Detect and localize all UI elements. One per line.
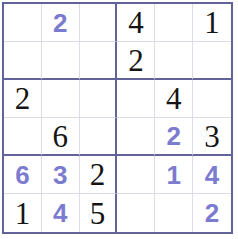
cell-r2c5[interactable]: [155, 42, 193, 80]
cell-r6c6[interactable]: 2: [193, 194, 231, 232]
cell-r1c2[interactable]: 2: [42, 4, 80, 42]
cell-r1c1[interactable]: [4, 4, 42, 42]
cell-r6c3[interactable]: 5: [80, 194, 118, 232]
cell-r5c3[interactable]: 2: [80, 156, 118, 194]
cell-r2c2[interactable]: [42, 42, 80, 80]
cell-r4c2[interactable]: 6: [42, 118, 80, 156]
cell-r6c5[interactable]: [155, 194, 193, 232]
cell-r1c3[interactable]: [80, 4, 118, 42]
cell-r3c5[interactable]: 4: [155, 80, 193, 118]
cell-r1c4[interactable]: 4: [117, 4, 155, 42]
cell-r3c1[interactable]: 2: [4, 80, 42, 118]
cell-r1c6[interactable]: 1: [193, 4, 231, 42]
cell-r6c2[interactable]: 4: [42, 194, 80, 232]
cell-r5c4[interactable]: [117, 156, 155, 194]
cell-r2c4[interactable]: 2: [117, 42, 155, 80]
cell-r6c1[interactable]: 1: [4, 194, 42, 232]
sudoku-app: 241224623632141452: [0, 0, 238, 239]
cell-r6c4[interactable]: [117, 194, 155, 232]
cell-r3c3[interactable]: [80, 80, 118, 118]
cell-r5c6[interactable]: 4: [193, 156, 231, 194]
cell-r5c1[interactable]: 6: [4, 156, 42, 194]
cell-r5c5[interactable]: 1: [155, 156, 193, 194]
cell-r5c2[interactable]: 3: [42, 156, 80, 194]
sudoku-board: 241224623632141452: [2, 2, 233, 234]
cell-r2c1[interactable]: [4, 42, 42, 80]
cell-r4c1[interactable]: [4, 118, 42, 156]
cell-r4c3[interactable]: [80, 118, 118, 156]
cell-r3c4[interactable]: [117, 80, 155, 118]
cell-r4c5[interactable]: 2: [155, 118, 193, 156]
cell-r4c4[interactable]: [117, 118, 155, 156]
cell-r3c6[interactable]: [193, 80, 231, 118]
cell-r3c2[interactable]: [42, 80, 80, 118]
cell-r1c5[interactable]: [155, 4, 193, 42]
cell-r2c6[interactable]: [193, 42, 231, 80]
cell-r4c6[interactable]: 3: [193, 118, 231, 156]
cell-r2c3[interactable]: [80, 42, 118, 80]
